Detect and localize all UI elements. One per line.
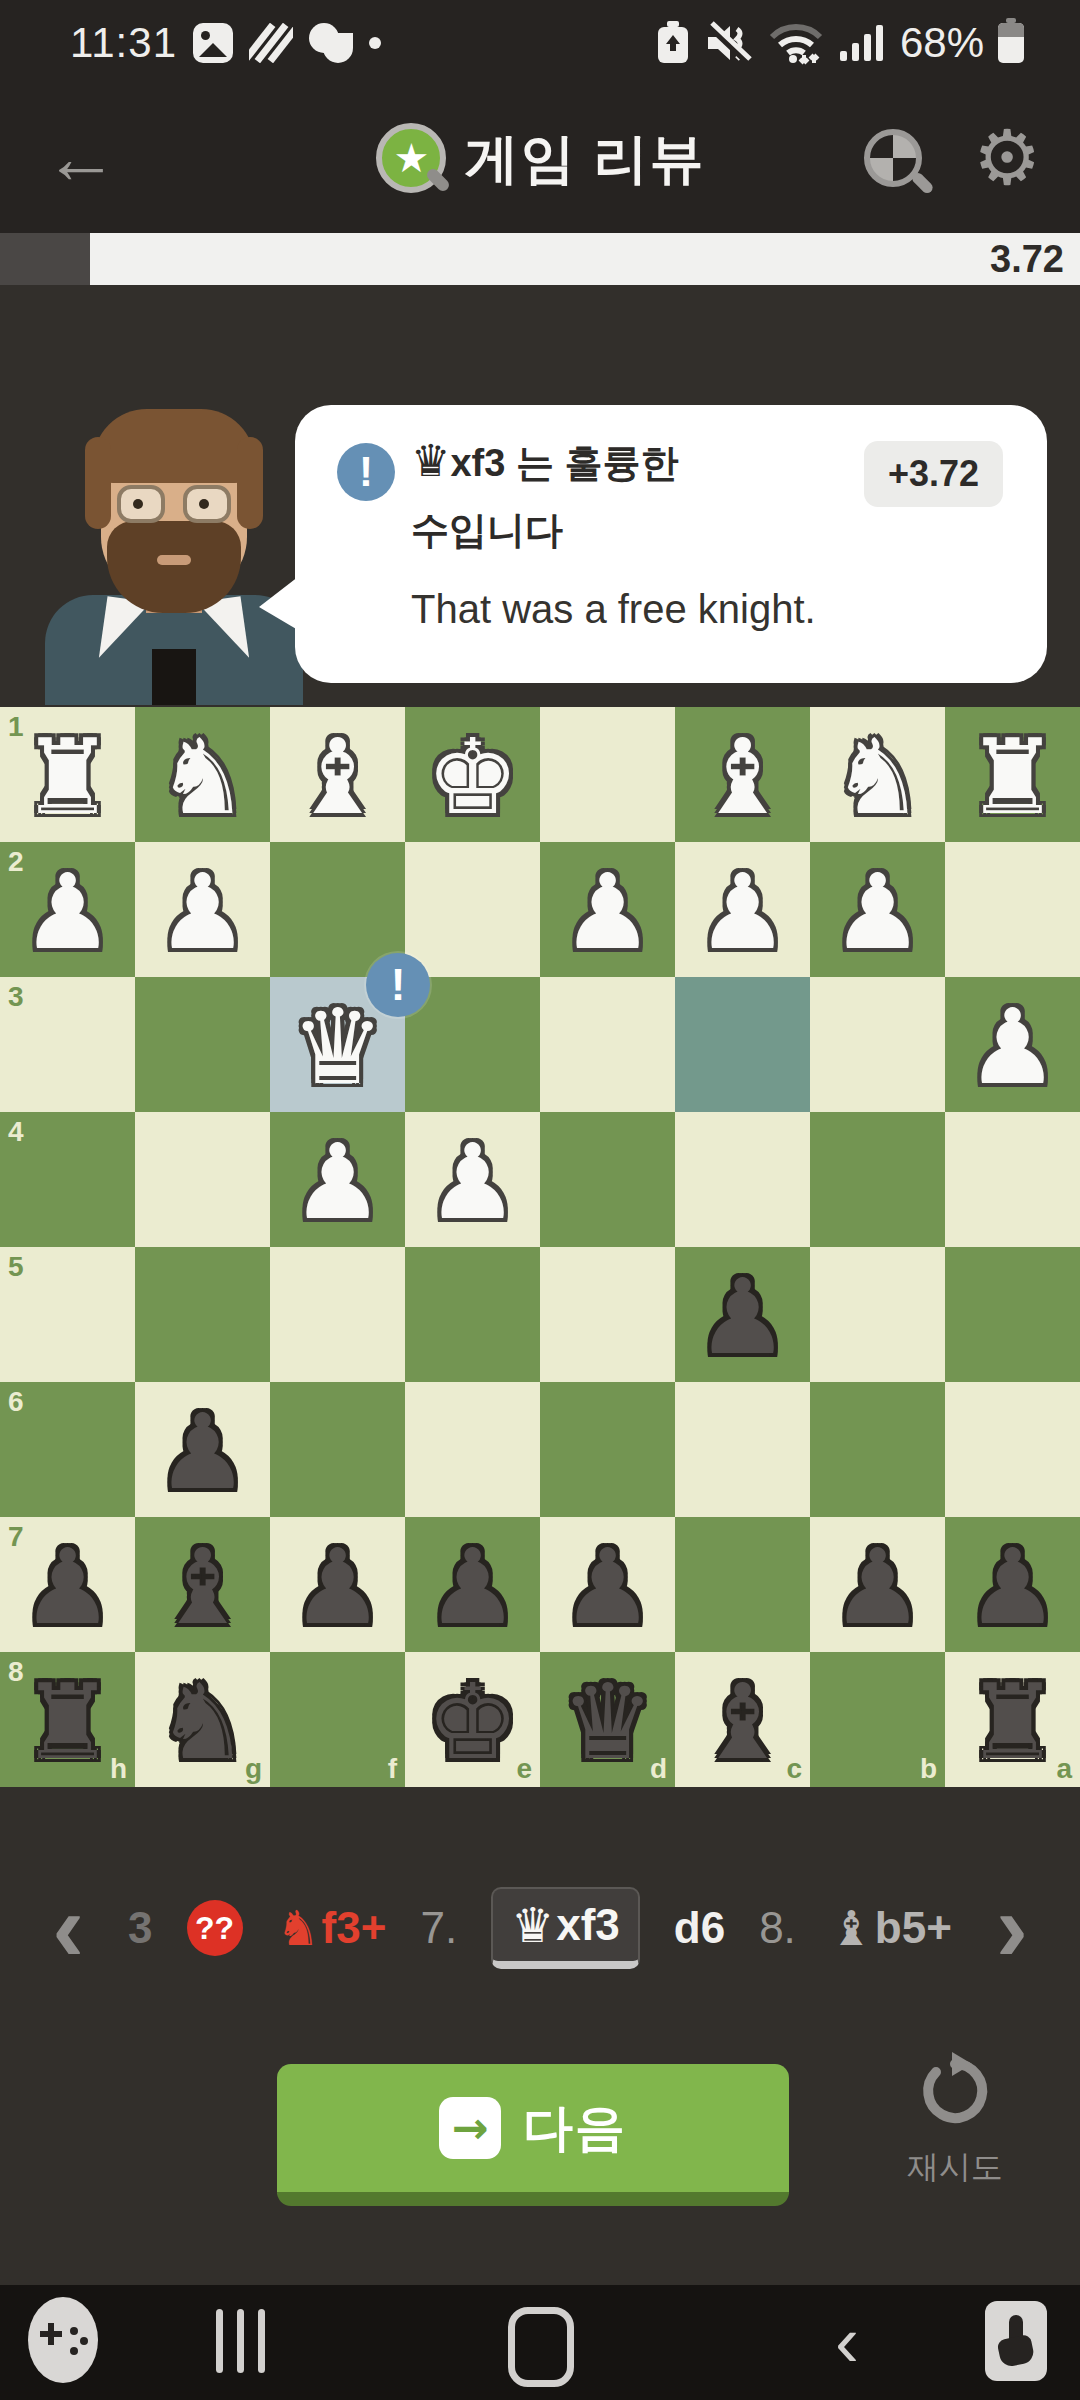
square-c8[interactable]: ♝c xyxy=(675,1652,810,1787)
file-label-g: g xyxy=(245,1753,262,1785)
white-pawn-piece: ♟ xyxy=(270,1112,405,1247)
black-pawn-piece: ♟ xyxy=(675,1247,810,1382)
move-a3-fragment[interactable]: 3 xyxy=(128,1903,152,1953)
square-e1[interactable]: ♚ xyxy=(405,707,540,842)
square-a7[interactable]: ♟ xyxy=(945,1517,1080,1652)
file-label-a: a xyxy=(1056,1753,1072,1785)
square-a5[interactable] xyxy=(945,1247,1080,1382)
square-d1[interactable] xyxy=(540,707,675,842)
rank-label-2: 2 xyxy=(8,846,24,878)
status-right: 68% xyxy=(656,0,1024,85)
square-c4[interactable] xyxy=(675,1112,810,1247)
rank-label-6: 6 xyxy=(8,1386,24,1418)
game-review-screen: 11:31 xyxy=(0,0,1080,2400)
star-icon: ★ xyxy=(394,138,430,178)
queen-glyph: ♛ xyxy=(411,435,450,486)
retry-label: 재시도 xyxy=(890,2146,1020,2190)
battery-icon xyxy=(998,23,1024,63)
square-b8[interactable]: b xyxy=(810,1652,945,1787)
excellent-move-badge: ! xyxy=(366,953,430,1017)
wifi-icon xyxy=(768,21,824,65)
white-pawn-piece: ♟ xyxy=(540,842,675,977)
home-button[interactable] xyxy=(508,2307,574,2387)
square-a4[interactable] xyxy=(945,1112,1080,1247)
square-a8[interactable]: ♜a xyxy=(945,1652,1080,1787)
move-d6[interactable]: d6 xyxy=(674,1903,725,1953)
square-g3[interactable] xyxy=(135,977,270,1112)
square-g8[interactable]: ♞g xyxy=(135,1652,270,1787)
rank-label-3: 3 xyxy=(8,981,24,1013)
file-label-b: b xyxy=(920,1753,937,1785)
coach-section: ! ♛xf3 는 훌륭한 수입니다 +3.72 That was a free … xyxy=(0,285,1080,707)
status-bar: 11:31 xyxy=(0,0,1080,85)
excellent-move-icon: ! xyxy=(337,443,395,501)
square-f5[interactable] xyxy=(270,1247,405,1382)
evaluation-bar: 3.72 xyxy=(0,233,1080,285)
eval-black-segment xyxy=(0,233,90,285)
move-piece-glyph: ♞ xyxy=(277,1900,320,1956)
square-h2[interactable]: ♟2 xyxy=(0,842,135,977)
bubble-tail xyxy=(259,573,303,633)
square-g7[interactable]: ♝ xyxy=(135,1517,270,1652)
square-b1[interactable]: ♞ xyxy=(810,707,945,842)
white-pawn-piece: ♟ xyxy=(945,977,1080,1112)
black-pawn-piece: ♟ xyxy=(810,1517,945,1652)
eval-score: 3.72 xyxy=(990,233,1064,285)
square-b7[interactable]: ♟ xyxy=(810,1517,945,1652)
square-h3[interactable]: 3 xyxy=(0,977,135,1112)
square-g4[interactable] xyxy=(135,1112,270,1247)
file-label-e: e xyxy=(516,1753,532,1785)
white-pawn-piece: ♟ xyxy=(675,842,810,977)
square-d7[interactable]: ♟ xyxy=(540,1517,675,1652)
white-pawn-piece: ♟ xyxy=(810,842,945,977)
next-move-button[interactable]: › xyxy=(986,1878,1038,1978)
square-c7[interactable] xyxy=(675,1517,810,1652)
move-qxf3-current[interactable]: ♛xf3 xyxy=(491,1887,640,1969)
game-tools-button[interactable] xyxy=(28,2297,98,2383)
game-review-icon: ★ xyxy=(374,123,446,195)
file-label-c: c xyxy=(786,1753,802,1785)
rank-label-8: 8 xyxy=(8,1656,24,1688)
move-items: 3??♞f3+7.♛xf3d68.♝b5+ xyxy=(128,1887,952,1969)
square-b2[interactable]: ♟ xyxy=(810,842,945,977)
recents-button[interactable] xyxy=(205,2309,275,2373)
actions-row: → 다음 재시도 xyxy=(0,2040,1080,2260)
white-pawn-piece: ♟ xyxy=(135,842,270,977)
black-bishop-piece: ♝ xyxy=(135,1517,270,1652)
square-c6[interactable] xyxy=(675,1382,810,1517)
square-e2[interactable] xyxy=(405,842,540,977)
square-h7[interactable]: ♟7 xyxy=(0,1517,135,1652)
square-f8[interactable]: f xyxy=(270,1652,405,1787)
blunder-badge[interactable]: ?? xyxy=(187,1900,243,1956)
battery-percent: 68% xyxy=(900,19,984,67)
touch-guard-button[interactable] xyxy=(985,2301,1047,2381)
square-f4[interactable]: ♟ xyxy=(270,1112,405,1247)
square-h4[interactable]: 4 xyxy=(0,1112,135,1247)
gallery-icon xyxy=(193,23,233,63)
coach-line2: 수입니다 xyxy=(411,505,563,556)
square-e8[interactable]: ♚e xyxy=(405,1652,540,1787)
app-bar: ← ★ 게임 리뷰 ⚙ xyxy=(0,85,1080,233)
square-f6[interactable] xyxy=(270,1382,405,1517)
square-h6[interactable]: 6 xyxy=(0,1382,135,1517)
square-d3[interactable] xyxy=(540,977,675,1112)
black-pawn-piece: ♟ xyxy=(405,1517,540,1652)
move-number-8[interactable]: 8. xyxy=(759,1903,796,1953)
white-rook-piece: ♜ xyxy=(945,707,1080,842)
square-b3[interactable] xyxy=(810,977,945,1112)
retry-button[interactable]: 재시도 xyxy=(890,2050,1020,2240)
file-label-f: f xyxy=(388,1753,397,1785)
prev-move-button[interactable]: ‹ xyxy=(42,1878,94,1978)
square-e4[interactable]: ♟ xyxy=(405,1112,540,1247)
black-pawn-piece: ♟ xyxy=(540,1517,675,1652)
next-button-label: 다음 xyxy=(523,2095,627,2162)
file-label-h: h xyxy=(110,1753,127,1785)
eval-badge: +3.72 xyxy=(864,441,1003,507)
square-d5[interactable] xyxy=(540,1247,675,1382)
square-h1[interactable]: ♜1 xyxy=(0,707,135,842)
page-title: 게임 리뷰 xyxy=(464,123,705,196)
refresh-icon xyxy=(916,2050,994,2132)
square-h8[interactable]: ♜8h xyxy=(0,1652,135,1787)
square-c5[interactable]: ♟ xyxy=(675,1247,810,1382)
move-nf3-check[interactable]: ♞f3+ xyxy=(277,1900,387,1956)
square-e7[interactable]: ♟ xyxy=(405,1517,540,1652)
square-g6[interactable]: ♟ xyxy=(135,1382,270,1517)
square-g5[interactable] xyxy=(135,1247,270,1382)
square-a2[interactable] xyxy=(945,842,1080,977)
move-number-7[interactable]: 7. xyxy=(420,1903,457,1953)
white-pawn-piece: ♟ xyxy=(405,1112,540,1247)
clock: 11:31 xyxy=(70,19,177,67)
chess-board: ♜1♞♝♚♝♞♜♟2♟♟♟♟3♛♟4♟♟5♟6♟♟7♝♟♟♟♟♟♜8h♞gf♚e… xyxy=(0,707,1080,1787)
next-button[interactable]: → 다음 xyxy=(277,2064,789,2206)
square-b6[interactable] xyxy=(810,1382,945,1517)
file-label-d: d xyxy=(650,1753,667,1785)
rank-label-5: 5 xyxy=(8,1251,24,1283)
swiftkey-icon xyxy=(309,21,353,65)
coach-comment: That was a free knight. xyxy=(411,587,816,632)
status-left: 11:31 xyxy=(70,0,381,85)
square-b5[interactable] xyxy=(810,1247,945,1382)
square-c1[interactable]: ♝ xyxy=(675,707,810,842)
square-e5[interactable] xyxy=(405,1247,540,1382)
signal-icon xyxy=(838,21,886,65)
square-d6[interactable] xyxy=(540,1382,675,1517)
rank-label-4: 4 xyxy=(8,1116,24,1148)
coach-move-line: ♛xf3 는 훌륭한 xyxy=(411,435,679,489)
hatch-lines-icon xyxy=(249,23,293,63)
square-d2[interactable]: ♟ xyxy=(540,842,675,977)
square-d8[interactable]: ♛d xyxy=(540,1652,675,1787)
coach-line1-text: xf3 는 훌륭한 xyxy=(450,442,678,484)
square-c3[interactable] xyxy=(675,977,810,1112)
square-f7[interactable]: ♟ xyxy=(270,1517,405,1652)
square-c2[interactable]: ♟ xyxy=(675,842,810,977)
square-d4[interactable] xyxy=(540,1112,675,1247)
black-pawn-piece: ♟ xyxy=(270,1517,405,1652)
square-e6[interactable] xyxy=(405,1382,540,1517)
arrow-right-icon: → xyxy=(439,2097,501,2159)
android-nav-bar: ‹ xyxy=(0,2285,1080,2400)
mute-icon xyxy=(704,21,754,65)
square-a3[interactable]: ♟ xyxy=(945,977,1080,1112)
square-f1[interactable]: ♝ xyxy=(270,707,405,842)
move-bb5-check[interactable]: ♝b5+ xyxy=(830,1900,952,1956)
square-h5[interactable]: 5 xyxy=(0,1247,135,1382)
coach-avatar xyxy=(45,413,303,705)
coach-speech-bubble: ! ♛xf3 는 훌륭한 수입니다 +3.72 That was a free … xyxy=(295,405,1047,683)
square-a1[interactable]: ♜ xyxy=(945,707,1080,842)
explorer-button[interactable] xyxy=(860,125,930,195)
move-piece-glyph: ♛ xyxy=(511,1897,554,1953)
rank-label-1: 1 xyxy=(8,711,24,743)
battery-saver-icon xyxy=(656,21,690,65)
move-piece-glyph: ♝ xyxy=(830,1900,873,1956)
black-pawn-piece: ♟ xyxy=(135,1382,270,1517)
white-bishop-piece: ♝ xyxy=(675,707,810,842)
white-king-piece: ♚ xyxy=(405,707,540,842)
white-knight-piece: ♞ xyxy=(135,707,270,842)
square-g1[interactable]: ♞ xyxy=(135,707,270,842)
dot-icon xyxy=(369,37,381,49)
game-controller-icon xyxy=(40,2323,62,2345)
square-b4[interactable] xyxy=(810,1112,945,1247)
settings-button[interactable]: ⚙ xyxy=(962,113,1052,203)
rank-label-7: 7 xyxy=(8,1521,24,1553)
white-knight-piece: ♞ xyxy=(810,707,945,842)
black-pawn-piece: ♟ xyxy=(945,1517,1080,1652)
white-bishop-piece: ♝ xyxy=(270,707,405,842)
square-a6[interactable] xyxy=(945,1382,1080,1517)
square-g2[interactable]: ♟ xyxy=(135,842,270,977)
move-list: ‹ 3??♞f3+7.♛xf3d68.♝b5+ › xyxy=(0,1868,1080,1988)
nav-back-button[interactable]: ‹ xyxy=(812,2299,882,2383)
